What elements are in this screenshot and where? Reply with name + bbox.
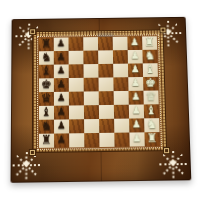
square [114, 119, 129, 133]
corner-medallion-icon [29, 28, 36, 35]
corner-medallion-icon [163, 147, 170, 154]
square: ♟ [54, 119, 69, 133]
corner-medallion-icon [159, 27, 166, 34]
square [84, 78, 99, 92]
black-pawn: ♟ [54, 50, 69, 64]
black-knight: ♞ [39, 118, 54, 132]
wooden-board-frame: ♜♟♟♜♞♟♟♞♝♟♟♝♚♟♟♚♛♟♟♛♝♟♟♝♞♟♟♞♜♟♟♜ [11, 17, 192, 183]
square [99, 91, 114, 105]
black-pawn: ♟ [54, 77, 69, 91]
mosaic-inlay-border: ♜♟♟♜♞♟♟♞♝♟♟♝♚♟♟♚♛♟♟♛♝♟♟♝♞♟♟♞♜♟♟♜ [32, 29, 167, 153]
square [113, 37, 128, 51]
black-pawn: ♟ [54, 36, 69, 50]
square [69, 64, 84, 78]
square: ♞ [144, 118, 159, 132]
white-bishop: ♝ [143, 62, 158, 76]
square: ♟ [54, 37, 69, 51]
corner-medallion-icon [29, 149, 36, 156]
square [114, 105, 129, 119]
square: ♛ [39, 92, 54, 106]
white-rook: ♜ [144, 131, 159, 145]
dotted-trim-border: ♜♟♟♜♞♟♟♞♝♟♟♝♚♟♟♚♛♟♟♛♝♟♟♝♞♟♟♞♜♟♟♜ [37, 34, 162, 150]
square [99, 119, 114, 133]
black-queen: ♛ [39, 91, 54, 105]
black-king: ♚ [39, 77, 54, 91]
white-king: ♚ [143, 76, 158, 90]
square [98, 37, 113, 51]
square: ♞ [142, 50, 157, 64]
square: ♛ [143, 90, 158, 104]
square [83, 64, 98, 78]
square [68, 37, 83, 51]
square: ♟ [128, 63, 143, 77]
square [113, 77, 128, 91]
square: ♟ [54, 51, 69, 65]
white-pawn: ♟ [128, 90, 143, 104]
black-rook: ♜ [39, 37, 54, 51]
white-knight: ♞ [144, 117, 159, 131]
black-bishop: ♝ [39, 64, 54, 78]
square: ♟ [129, 104, 144, 118]
square: ♟ [129, 91, 144, 105]
black-pawn: ♟ [54, 91, 69, 105]
square [69, 78, 84, 92]
white-pawn: ♟ [127, 35, 142, 49]
square [69, 92, 84, 106]
square [83, 37, 98, 51]
square: ♚ [39, 78, 54, 92]
square [69, 119, 84, 133]
square: ♚ [143, 77, 158, 91]
white-pawn: ♟ [129, 103, 144, 117]
square: ♜ [39, 38, 54, 52]
square [84, 105, 99, 119]
square: ♟ [54, 64, 69, 78]
white-pawn: ♟ [129, 117, 144, 131]
chess-board: ♜♟♟♜♞♟♟♞♝♟♟♝♚♟♟♚♛♟♟♛♝♟♟♝♞♟♟♞♜♟♟♜ [11, 17, 192, 183]
white-pawn: ♟ [128, 62, 143, 76]
square: ♟ [127, 36, 142, 50]
square [99, 105, 114, 119]
square [98, 77, 113, 91]
square [98, 64, 113, 78]
white-bishop: ♝ [144, 103, 159, 117]
square: ♝ [39, 106, 54, 120]
square: ♟ [54, 133, 69, 147]
photo-background: ♜♟♟♜♞♟♟♞♝♟♟♝♚♟♟♚♛♟♟♛♝♟♟♝♞♟♟♞♜♟♟♜ [0, 0, 200, 200]
black-pawn: ♟ [54, 104, 69, 118]
square [83, 50, 98, 64]
square: ♝ [39, 65, 54, 79]
square [69, 105, 84, 119]
square: ♟ [128, 50, 143, 64]
white-queen: ♛ [143, 89, 158, 103]
black-knight: ♞ [39, 50, 54, 64]
black-pawn: ♟ [54, 63, 69, 77]
square: ♟ [129, 118, 144, 132]
square [113, 64, 128, 78]
square: ♟ [54, 78, 69, 92]
square [114, 91, 129, 105]
white-pawn: ♟ [128, 49, 143, 63]
white-pawn: ♟ [129, 131, 144, 145]
white-knight: ♞ [142, 49, 157, 63]
square [84, 119, 99, 133]
square: ♝ [143, 63, 158, 77]
square: ♝ [144, 104, 159, 118]
black-pawn: ♟ [54, 132, 69, 146]
square: ♜ [39, 134, 54, 148]
white-pawn: ♟ [128, 76, 143, 90]
black-bishop: ♝ [39, 105, 54, 119]
square: ♜ [142, 36, 157, 50]
square: ♞ [39, 120, 54, 134]
square [84, 91, 99, 105]
square [98, 50, 113, 64]
square [114, 133, 129, 147]
square [99, 133, 114, 147]
black-pawn: ♟ [54, 118, 69, 132]
chessboard-grid: ♜♟♟♜♞♟♟♞♝♟♟♝♚♟♟♚♛♟♟♛♝♟♟♝♞♟♟♞♜♟♟♜ [39, 36, 160, 148]
square [69, 133, 84, 147]
square: ♟ [128, 77, 143, 91]
square: ♜ [144, 132, 159, 146]
square [113, 50, 128, 64]
white-rook: ♜ [142, 35, 157, 49]
square: ♟ [54, 92, 69, 106]
square: ♟ [54, 106, 69, 120]
square [69, 51, 84, 65]
square: ♟ [129, 132, 144, 146]
square [84, 133, 99, 147]
square: ♞ [39, 51, 54, 65]
black-rook: ♜ [39, 132, 54, 146]
